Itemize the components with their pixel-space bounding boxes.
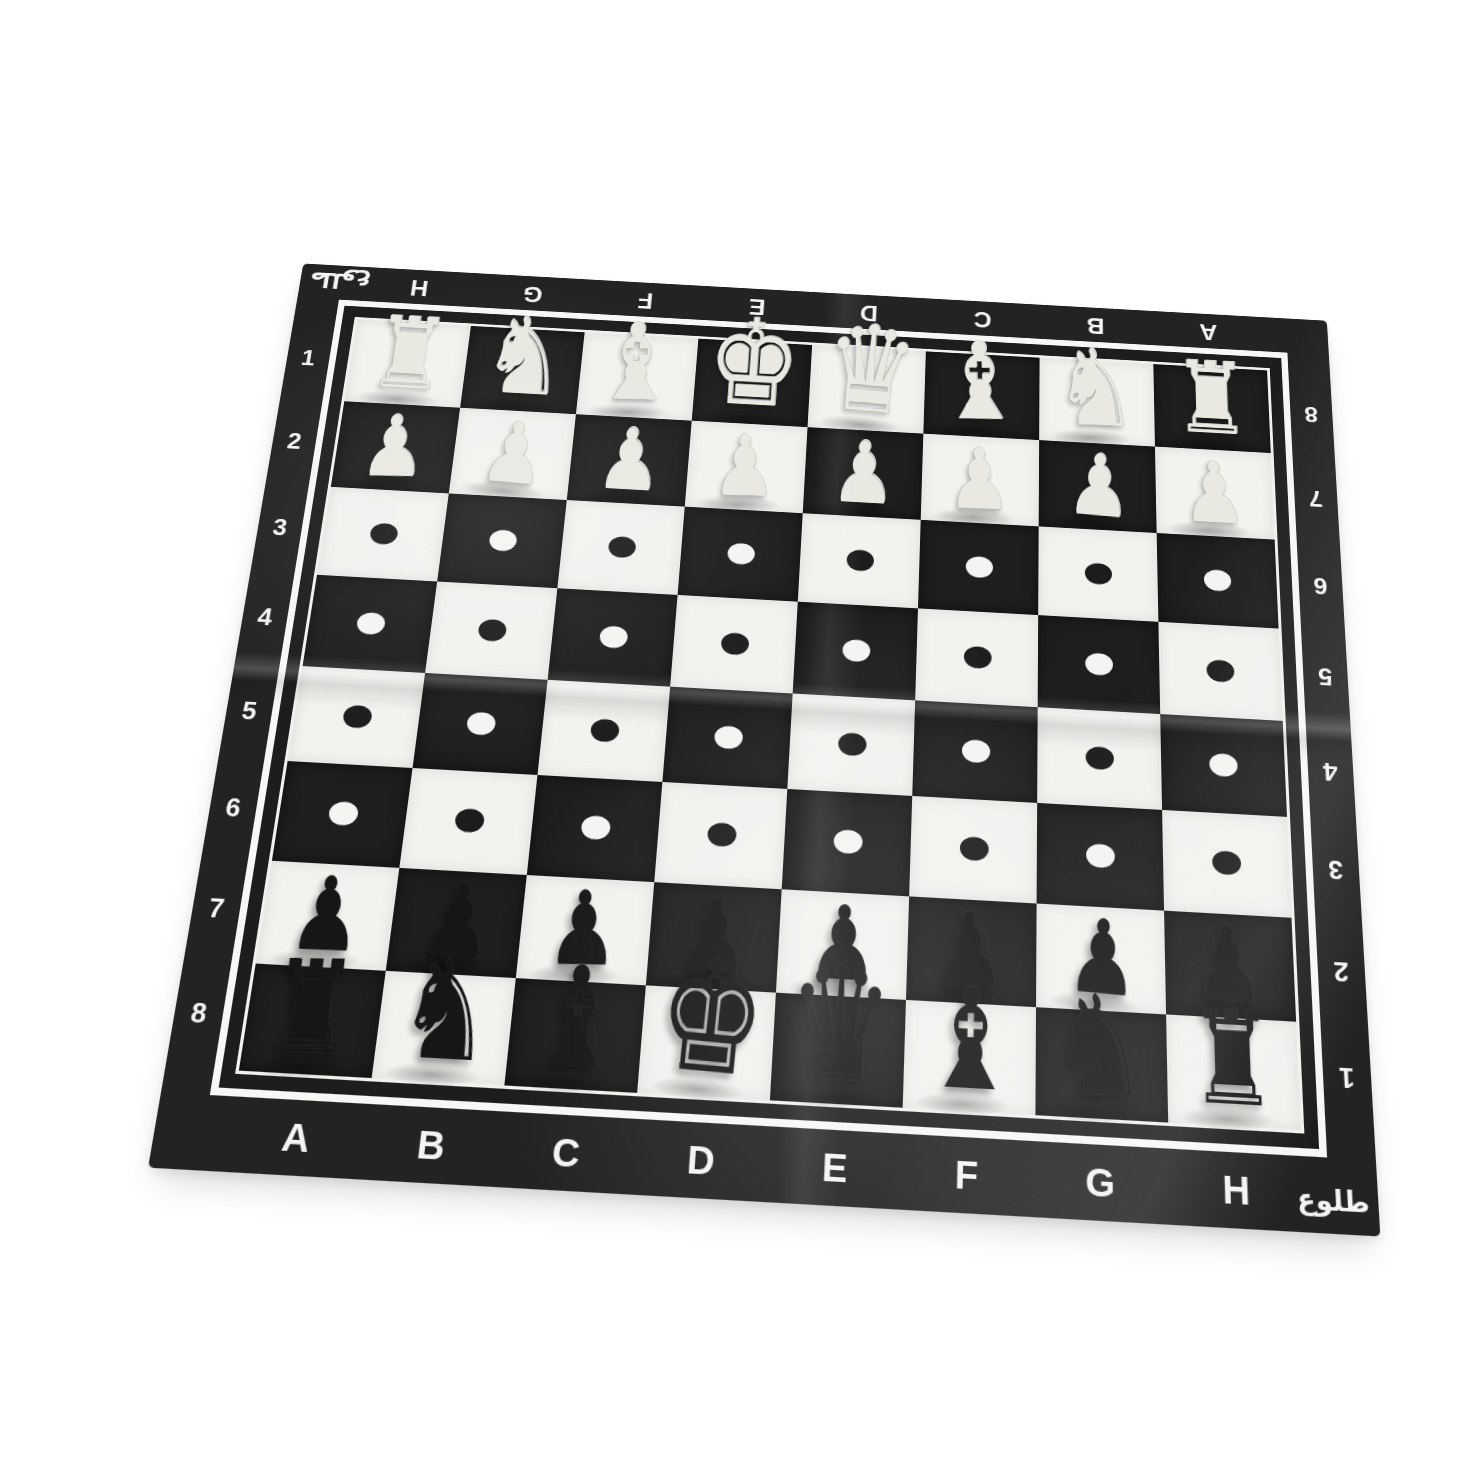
- checker-dot: [368, 522, 398, 544]
- black-queen[interactable]: ♛: [770, 943, 908, 1106]
- square-f4[interactable]: [915, 608, 1038, 707]
- square-b2[interactable]: ♟: [449, 408, 576, 500]
- checker-dot: [720, 632, 749, 655]
- square-f3[interactable]: [918, 519, 1039, 614]
- file-label-bottom-c: C: [550, 1129, 582, 1176]
- square-b1[interactable]: ♞: [460, 326, 585, 414]
- checker-dot: [488, 529, 518, 551]
- checker-dot: [1085, 652, 1113, 675]
- file-label-bottom-e: E: [821, 1144, 848, 1191]
- square-a4[interactable]: [303, 575, 438, 673]
- checker-dot: [833, 830, 863, 855]
- board-position-wrapper: طلوع HGFEDCBA 12345678 87654321 ABCDEFGH…: [232, 235, 1352, 1175]
- checker-dot: [837, 732, 866, 756]
- rank-label-left-2: 2: [285, 427, 303, 455]
- square-b5[interactable]: [413, 673, 548, 775]
- rank-label-left-8: 8: [188, 996, 209, 1031]
- board-grid: ♜♞♝♚♛♝♞♜♟♟♟♟♟♟♟♟♟♟♟♟♟♟♟♟♜♞♝♚♛♝♞♜: [239, 320, 1301, 1130]
- rank-label-right-7: 7: [1308, 484, 1323, 512]
- square-h4[interactable]: [1158, 622, 1282, 721]
- file-label-top-h: H: [409, 274, 431, 300]
- square-e2[interactable]: ♟: [803, 427, 924, 519]
- checker-dot: [1203, 569, 1231, 591]
- black-rook[interactable]: ♜: [239, 944, 384, 1074]
- checker-dot: [589, 719, 619, 743]
- checker-dot: [959, 837, 988, 862]
- square-g4[interactable]: [1038, 615, 1161, 714]
- board-frame-outer: ♜♞♝♚♛♝♞♜♟♟♟♟♟♟♟♟♟♟♟♟♟♟♟♟♜♞♝♚♛♝♞♜: [210, 300, 1327, 1158]
- square-d8[interactable]: ♚: [637, 985, 776, 1100]
- black-knight[interactable]: ♞: [372, 938, 520, 1085]
- checker-dot: [1086, 844, 1115, 869]
- white-pawn[interactable]: ♟: [685, 423, 804, 510]
- white-queen[interactable]: ♛: [808, 306, 932, 435]
- rank-label-right-8: 8: [1304, 400, 1319, 427]
- rank-label-left-3: 3: [271, 513, 290, 542]
- white-pawn[interactable]: ♟: [567, 414, 692, 505]
- white-king[interactable]: ♚: [692, 301, 814, 426]
- checker-dot: [598, 625, 628, 648]
- square-h6[interactable]: [1162, 810, 1291, 917]
- checker-dot: [842, 639, 871, 662]
- square-b3[interactable]: [437, 493, 567, 588]
- square-e5[interactable]: [787, 694, 915, 797]
- board-frame-line: ♜♞♝♚♛♝♞♜♟♟♟♟♟♟♟♟♟♟♟♟♟♟♟♟♜♞♝♚♛♝♞♜: [235, 317, 1304, 1134]
- black-bishop[interactable]: ♝: [504, 945, 648, 1092]
- black-king[interactable]: ♚: [637, 934, 784, 1102]
- checker-dot: [726, 542, 755, 564]
- square-d2[interactable]: ♟: [685, 421, 808, 513]
- brand-text-bottom: طلوع: [1296, 1182, 1370, 1220]
- white-pawn[interactable]: ♟: [331, 404, 457, 490]
- square-d5[interactable]: [662, 687, 792, 790]
- checker-dot: [355, 612, 386, 635]
- square-g3[interactable]: [1038, 526, 1158, 622]
- square-c3[interactable]: [557, 500, 684, 595]
- square-a3[interactable]: [317, 486, 449, 581]
- square-h8[interactable]: ♜: [1166, 1014, 1301, 1130]
- white-pawn[interactable]: ♟: [449, 406, 579, 501]
- square-a8[interactable]: ♜: [239, 963, 386, 1078]
- rank-label-right-4: 4: [1323, 756, 1339, 787]
- square-c6[interactable]: [527, 775, 663, 881]
- chess-board-mat: طلوع HGFEDCBA 12345678 87654321 ABCDEFGH…: [148, 264, 1380, 1237]
- rank-label-right-5: 5: [1318, 662, 1334, 692]
- rank-label-left-6: 6: [223, 792, 243, 824]
- checker-dot: [465, 712, 496, 736]
- square-a5[interactable]: [288, 666, 426, 768]
- file-label-bottom-f: F: [954, 1152, 978, 1199]
- checker-dot: [327, 801, 359, 826]
- square-a2[interactable]: ♟: [331, 401, 460, 493]
- square-e4[interactable]: [793, 601, 918, 700]
- square-a1[interactable]: ♜: [344, 320, 471, 408]
- rank-label-left-5: 5: [240, 695, 260, 726]
- square-g6[interactable]: [1037, 803, 1164, 910]
- square-f5[interactable]: [912, 700, 1037, 803]
- white-pawn[interactable]: ♟: [921, 435, 1039, 524]
- square-f6[interactable]: [909, 796, 1037, 903]
- photo-background: طلوع HGFEDCBA 12345678 87654321 ABCDEFGH…: [0, 0, 1464, 1464]
- checker-dot: [713, 725, 743, 749]
- white-rook[interactable]: ♜: [344, 303, 473, 407]
- checker-dot: [1206, 659, 1234, 682]
- white-bishop[interactable]: ♝: [576, 309, 696, 418]
- square-c4[interactable]: [548, 588, 678, 687]
- square-h3[interactable]: [1157, 533, 1279, 629]
- rank-label-right-2: 2: [1333, 955, 1350, 989]
- square-f1[interactable]: ♝: [923, 351, 1039, 440]
- square-e8[interactable]: ♛: [770, 992, 906, 1107]
- checker-dot: [453, 808, 484, 833]
- square-f2[interactable]: ♟: [921, 434, 1039, 526]
- square-d3[interactable]: [678, 506, 803, 601]
- rank-label-left-1: 1: [299, 345, 317, 372]
- white-pawn[interactable]: ♟: [1039, 439, 1159, 534]
- checker-dot: [1209, 753, 1238, 777]
- checker-dot: [580, 816, 611, 841]
- board-frame-inner: ♜♞♝♚♛♝♞♜♟♟♟♟♟♟♟♟♟♟♟♟♟♟♟♟♜♞♝♚♛♝♞♜: [219, 306, 1319, 1149]
- square-b8[interactable]: ♞: [372, 971, 516, 1086]
- checker-dot: [477, 619, 507, 642]
- rank-label-right-1: 1: [1339, 1060, 1356, 1095]
- black-bishop[interactable]: ♝: [903, 967, 1037, 1114]
- checker-dot: [846, 549, 874, 571]
- file-label-bottom-h: H: [1222, 1166, 1251, 1214]
- rank-label-right-6: 6: [1313, 571, 1329, 600]
- square-e1[interactable]: ♛: [808, 345, 926, 434]
- square-d4[interactable]: [670, 595, 798, 694]
- checker-dot: [341, 705, 372, 729]
- square-c1[interactable]: ♝: [576, 332, 698, 421]
- white-pawn[interactable]: ♟: [1155, 447, 1275, 539]
- checker-dot: [1085, 746, 1113, 770]
- checker-dot: [1211, 851, 1240, 876]
- rank-label-right-3: 3: [1328, 853, 1345, 885]
- square-b4[interactable]: [425, 581, 557, 680]
- file-label-bottom-b: B: [415, 1122, 448, 1169]
- square-f8[interactable]: ♝: [903, 1000, 1036, 1116]
- square-c5[interactable]: [537, 680, 670, 782]
- white-bishop[interactable]: ♝: [922, 328, 1039, 437]
- white-knight[interactable]: ♞: [1037, 333, 1155, 444]
- square-h5[interactable]: [1160, 714, 1287, 817]
- checker-dot: [963, 646, 991, 669]
- square-h1[interactable]: ♜: [1153, 364, 1270, 453]
- file-label-bottom-a: A: [279, 1114, 313, 1161]
- square-g8[interactable]: ♞: [1035, 1007, 1168, 1123]
- checker-dot: [965, 556, 992, 578]
- square-c8[interactable]: ♝: [504, 978, 646, 1093]
- square-g5[interactable]: [1037, 707, 1162, 810]
- file-label-bottom-d: D: [686, 1137, 717, 1184]
- file-label-bottom-g: G: [1085, 1159, 1115, 1207]
- checker-dot: [961, 739, 990, 763]
- square-e6[interactable]: [782, 789, 912, 896]
- black-knight[interactable]: ♞: [1033, 975, 1168, 1120]
- black-rook[interactable]: ♜: [1166, 992, 1301, 1129]
- square-a6[interactable]: [272, 761, 413, 867]
- rank-label-left-7: 7: [206, 892, 227, 925]
- square-d1[interactable]: ♚: [692, 339, 812, 428]
- checker-dot: [706, 823, 736, 848]
- checker-dot: [607, 536, 636, 558]
- file-label-top-a: A: [1199, 318, 1218, 344]
- white-knight[interactable]: ♞: [460, 301, 587, 414]
- square-h2[interactable]: ♟: [1155, 447, 1275, 539]
- square-d6[interactable]: [654, 782, 787, 889]
- square-c2[interactable]: ♟: [567, 414, 692, 506]
- rank-label-left-4: 4: [255, 603, 274, 633]
- square-e3[interactable]: [798, 513, 921, 608]
- white-rook[interactable]: ♜: [1153, 347, 1271, 452]
- board-perspective: طلوع HGFEDCBA 12345678 87654321 ABCDEFGH…: [148, 264, 1380, 1237]
- checker-dot: [1084, 562, 1111, 584]
- white-pawn[interactable]: ♟: [803, 427, 924, 518]
- square-g2[interactable]: ♟: [1039, 440, 1157, 532]
- square-g1[interactable]: ♞: [1039, 358, 1155, 447]
- square-b6[interactable]: [399, 768, 537, 874]
